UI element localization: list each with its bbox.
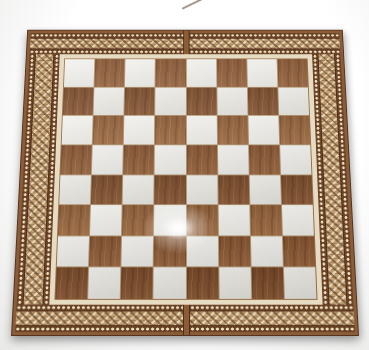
hinge-seam-top — [183, 31, 189, 55]
square-c5[interactable] — [123, 145, 154, 174]
square-h2[interactable] — [283, 236, 315, 267]
square-b2[interactable] — [89, 236, 121, 267]
square-e2[interactable] — [186, 236, 217, 267]
square-d8[interactable] — [156, 59, 186, 86]
square-g7[interactable] — [248, 87, 279, 115]
square-b4[interactable] — [91, 175, 122, 204]
square-a6[interactable] — [62, 116, 93, 144]
square-g1[interactable] — [251, 268, 283, 299]
square-f3[interactable] — [218, 205, 249, 235]
square-e4[interactable] — [186, 175, 217, 204]
square-e8[interactable] — [186, 59, 216, 86]
square-b1[interactable] — [88, 268, 120, 299]
square-b3[interactable] — [90, 205, 122, 235]
square-c1[interactable] — [121, 268, 153, 299]
square-b5[interactable] — [92, 145, 123, 174]
square-c8[interactable] — [125, 59, 155, 86]
square-a4[interactable] — [59, 175, 91, 204]
square-a8[interactable] — [64, 59, 95, 86]
inlay-frame — [15, 33, 355, 332]
square-e5[interactable] — [186, 145, 217, 174]
square-d6[interactable] — [155, 116, 185, 144]
square-c7[interactable] — [125, 87, 155, 115]
square-d7[interactable] — [156, 87, 186, 115]
photo-background — [0, 0, 369, 350]
square-d3[interactable] — [154, 205, 185, 235]
square-e3[interactable] — [186, 205, 217, 235]
square-c6[interactable] — [124, 116, 155, 144]
square-a5[interactable] — [60, 145, 91, 174]
square-f1[interactable] — [219, 268, 251, 299]
square-a2[interactable] — [57, 236, 89, 267]
square-d4[interactable] — [155, 175, 186, 204]
square-g4[interactable] — [249, 175, 280, 204]
square-h5[interactable] — [280, 145, 311, 174]
square-a3[interactable] — [58, 205, 90, 235]
square-f7[interactable] — [217, 87, 247, 115]
square-f8[interactable] — [217, 59, 247, 86]
square-e6[interactable] — [186, 116, 216, 144]
square-h1[interactable] — [284, 268, 317, 299]
square-d5[interactable] — [155, 145, 186, 174]
square-a7[interactable] — [63, 87, 94, 115]
square-d2[interactable] — [154, 236, 185, 267]
inner-trim-line — [49, 54, 322, 304]
square-g3[interactable] — [250, 205, 282, 235]
square-h6[interactable] — [279, 116, 310, 144]
square-g8[interactable] — [247, 59, 277, 86]
square-f5[interactable] — [218, 145, 249, 174]
hinge-latch — [182, 0, 203, 10]
chess-board — [11, 30, 359, 336]
square-a1[interactable] — [55, 268, 88, 299]
square-b6[interactable] — [93, 116, 124, 144]
square-g6[interactable] — [248, 116, 279, 144]
square-g5[interactable] — [249, 145, 280, 174]
square-g2[interactable] — [251, 236, 283, 267]
square-f4[interactable] — [218, 175, 249, 204]
square-c4[interactable] — [123, 175, 154, 204]
square-h7[interactable] — [278, 87, 309, 115]
square-f2[interactable] — [219, 236, 251, 267]
hinge-seam-bottom — [183, 305, 190, 335]
square-b7[interactable] — [94, 87, 125, 115]
square-e1[interactable] — [186, 268, 218, 299]
square-e7[interactable] — [186, 87, 216, 115]
square-h4[interactable] — [281, 175, 313, 204]
square-c2[interactable] — [122, 236, 154, 267]
square-f6[interactable] — [217, 116, 248, 144]
square-h8[interactable] — [277, 59, 308, 86]
square-h3[interactable] — [282, 205, 314, 235]
square-b8[interactable] — [95, 59, 125, 86]
square-d1[interactable] — [154, 268, 186, 299]
square-c3[interactable] — [122, 205, 153, 235]
squares-grid — [55, 59, 316, 299]
